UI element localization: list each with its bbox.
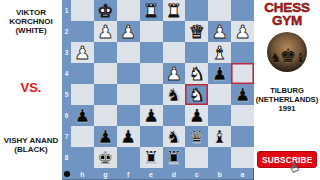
board-squares: ♚♜♜♟♟♛♟♟♟♝♟♞♟♞♞♟♟♟♟♟♟♞♛♝♚♜♜ [71,0,254,168]
file-label-c: c [185,168,208,180]
square-b1[interactable] [208,0,231,21]
file-label-e: e [140,168,163,180]
white-pawn: ♟ [166,64,182,82]
black-queen: ♛ [189,127,205,145]
square-c6[interactable]: ♟ [185,105,208,126]
event-label: TILBURG (NETHERLANDS) 1991 [254,86,320,113]
square-c3[interactable] [185,42,208,63]
square-e3[interactable] [140,42,163,63]
black-rook: ♜ [166,148,182,166]
square-d4[interactable]: ♟ [163,63,186,84]
white-pawn: ♟ [234,22,250,40]
black-pawn: ♟ [120,127,136,145]
video-thumbnail: VIKTOR KORCHNOI (WHITE) VS. VISHY ANAND … [0,0,320,180]
square-c7[interactable]: ♛ [185,126,208,147]
square-b3[interactable]: ♝ [208,42,231,63]
square-d7[interactable]: ♞ [163,126,186,147]
side-to-move-indicator [64,171,70,177]
square-h1[interactable] [71,0,94,21]
square-e6[interactable]: ♟ [140,105,163,126]
black-pawn: ♟ [74,106,90,124]
white-bishop: ♝ [212,43,228,61]
square-d6[interactable] [163,105,186,126]
brand-panel: CHESS GYM ♞♚♝ TILBURG (NETHERLANDS) 1991… [254,0,320,180]
rank-labels: 12345678 [62,0,71,168]
square-g1[interactable]: ♚ [94,0,117,21]
file-label-a: a [231,168,254,180]
rank-label-7: 7 [62,126,71,147]
square-d5[interactable]: ♞ [163,84,186,105]
black-rook: ♜ [143,148,159,166]
rank-label-2: 2 [62,21,71,42]
white-knight: ♞ [189,85,205,103]
file-label-f: f [117,168,140,180]
logo-knight-icon: ♞ [270,50,280,65]
square-e2[interactable] [140,21,163,42]
square-f2[interactable]: ♟ [117,21,140,42]
file-labels: hgfedcba [71,168,254,180]
square-c2[interactable]: ♛ [185,21,208,42]
file-label-d: d [163,168,186,180]
white-pawn: ♟ [212,22,228,40]
rank-label-4: 4 [62,63,71,84]
square-g8[interactable]: ♚ [94,147,117,168]
black-pawn: ♟ [97,127,113,145]
square-a1[interactable] [231,0,254,21]
square-h5[interactable] [71,84,94,105]
square-g6[interactable] [94,105,117,126]
square-f1[interactable] [117,0,140,21]
black-pawn: ♟ [189,106,205,124]
square-h2[interactable] [71,21,94,42]
black-bishop: ♝ [212,127,228,145]
subscribe-button[interactable]: SUBSCRIBE [257,151,317,168]
rank-label-8: 8 [62,147,71,168]
rank-label-6: 6 [62,105,71,126]
square-e8[interactable]: ♜ [140,147,163,168]
black-pawn: ♟ [212,64,228,82]
square-e4[interactable] [140,63,163,84]
square-g2[interactable]: ♟ [94,21,117,42]
square-a6[interactable] [231,105,254,126]
square-f6[interactable] [117,105,140,126]
white-rook: ♜ [166,1,182,19]
logo-bishop-icon: ♝ [295,50,305,65]
square-f8[interactable] [117,147,140,168]
file-label-g: g [94,168,117,180]
black-player-label: VISHY ANAND (BLACK) [0,137,62,155]
square-c4[interactable]: ♞ [185,63,208,84]
white-pawn: ♟ [97,22,113,40]
square-d3[interactable] [163,42,186,63]
square-e5[interactable] [140,84,163,105]
square-b5[interactable] [208,84,231,105]
players-panel: VIKTOR KORCHNOI (WHITE) VS. VISHY ANAND … [0,0,62,180]
square-d1[interactable]: ♜ [163,0,186,21]
square-f7[interactable]: ♟ [117,126,140,147]
square-e7[interactable] [140,126,163,147]
square-e1[interactable]: ♜ [140,0,163,21]
square-a2[interactable]: ♟ [231,21,254,42]
square-a4[interactable] [231,63,254,84]
square-c1[interactable] [185,0,208,21]
file-label-b: b [208,168,231,180]
square-b7[interactable]: ♝ [208,126,231,147]
black-pawn: ♟ [234,85,250,103]
square-b2[interactable]: ♟ [208,21,231,42]
white-pawn: ♟ [120,22,136,40]
vs-label: VS. [0,80,62,95]
black-king: ♚ [97,148,113,166]
square-a8[interactable] [231,147,254,168]
channel-name: CHESS GYM [254,1,320,27]
square-b6[interactable] [208,105,231,126]
black-knight: ♞ [166,85,182,103]
black-knight: ♞ [166,127,182,145]
square-g3[interactable] [94,42,117,63]
white-knight: ♞ [189,64,205,82]
white-queen: ♛ [189,22,205,40]
square-a5[interactable]: ♟ [231,84,254,105]
chess-gym-logo: ♞♚♝ [267,32,307,72]
square-f5[interactable] [117,84,140,105]
square-c5[interactable]: ♞ [185,84,208,105]
square-d2[interactable] [163,21,186,42]
square-g5[interactable] [94,84,117,105]
white-player-name: VIKTOR KORCHNOI [0,9,62,27]
square-h6[interactable]: ♟ [71,105,94,126]
square-b8[interactable] [208,147,231,168]
white-rook: ♜ [143,1,159,19]
chess-board: 12345678 ♚♜♜♟♟♛♟♟♟♝♟♞♟♞♞♟♟♟♟♟♟♞♛♝♚♜♜ hgf… [62,0,254,180]
square-h4[interactable] [71,63,94,84]
rank-label-1: 1 [62,0,71,21]
white-player-color-tag: (WHITE) [0,27,62,36]
black-pawn: ♟ [143,106,159,124]
square-a7[interactable] [231,126,254,147]
logo-king-icon: ♚ [279,44,294,66]
square-h3[interactable]: ♟ [71,42,94,63]
square-g4[interactable] [94,63,117,84]
rank-label-5: 5 [62,84,71,105]
channel-name-line2: GYM [254,14,320,27]
logo-chess-pieces: ♞♚♝ [270,46,304,65]
white-king: ♚ [97,1,113,19]
file-label-h: h [71,168,94,180]
rank-label-3: 3 [62,42,71,63]
square-d8[interactable]: ♜ [163,147,186,168]
square-a3[interactable] [231,42,254,63]
square-f3[interactable] [117,42,140,63]
white-pawn: ♟ [74,43,90,61]
white-player-label: VIKTOR KORCHNOI (WHITE) [0,9,62,36]
square-f4[interactable] [117,63,140,84]
square-b4[interactable]: ♟ [208,63,231,84]
square-g7[interactable]: ♟ [94,126,117,147]
square-c8[interactable] [185,147,208,168]
square-h7[interactable] [71,126,94,147]
black-player-color-tag: (BLACK) [0,146,62,155]
square-h8[interactable] [71,147,94,168]
